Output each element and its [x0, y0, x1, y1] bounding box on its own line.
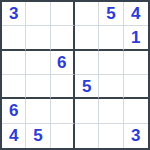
cell-r5c4-empty[interactable]	[75, 99, 99, 123]
cell-r5c1-given-6[interactable]: 6	[2, 99, 26, 123]
cell-r4c3-empty[interactable]	[51, 75, 75, 99]
cell-r2c6-given-1[interactable]: 1	[124, 26, 148, 50]
cell-r6c4-empty[interactable]	[75, 124, 99, 148]
cell-r5c6-empty[interactable]	[124, 99, 148, 123]
cell-r1c2-empty[interactable]	[26, 2, 50, 26]
cell-r2c1-empty[interactable]	[2, 26, 26, 50]
cell-r5c3-empty[interactable]	[51, 99, 75, 123]
cell-r4c1-empty[interactable]	[2, 75, 26, 99]
cell-r4c2-empty[interactable]	[26, 75, 50, 99]
cell-r3c2-empty[interactable]	[26, 51, 50, 75]
cell-r6c5-empty[interactable]	[99, 124, 123, 148]
cell-r1c3-empty[interactable]	[51, 2, 75, 26]
cell-r4c6-empty[interactable]	[124, 75, 148, 99]
cell-r2c4-empty[interactable]	[75, 26, 99, 50]
cell-r2c5-empty[interactable]	[99, 26, 123, 50]
cell-r3c6-empty[interactable]	[124, 51, 148, 75]
cell-r3c4-empty[interactable]	[75, 51, 99, 75]
cell-r3c1-empty[interactable]	[2, 51, 26, 75]
sudoku-board: 3541656453	[0, 0, 150, 150]
cell-r3c3-given-6[interactable]: 6	[51, 51, 75, 75]
cell-r3c5-empty[interactable]	[99, 51, 123, 75]
cell-r4c5-empty[interactable]	[99, 75, 123, 99]
cell-r6c2-given-5[interactable]: 5	[26, 124, 50, 148]
cell-r5c5-empty[interactable]	[99, 99, 123, 123]
cell-r1c5-given-5[interactable]: 5	[99, 2, 123, 26]
cell-r6c6-given-3[interactable]: 3	[124, 124, 148, 148]
cell-r2c2-empty[interactable]	[26, 26, 50, 50]
cell-r6c1-given-4[interactable]: 4	[2, 124, 26, 148]
cell-r1c4-empty[interactable]	[75, 2, 99, 26]
cell-r4c4-given-5[interactable]: 5	[75, 75, 99, 99]
cell-r6c3-empty[interactable]	[51, 124, 75, 148]
cell-r1c6-given-4[interactable]: 4	[124, 2, 148, 26]
cell-r5c2-empty[interactable]	[26, 99, 50, 123]
cell-r2c3-empty[interactable]	[51, 26, 75, 50]
cell-r1c1-given-3[interactable]: 3	[2, 2, 26, 26]
